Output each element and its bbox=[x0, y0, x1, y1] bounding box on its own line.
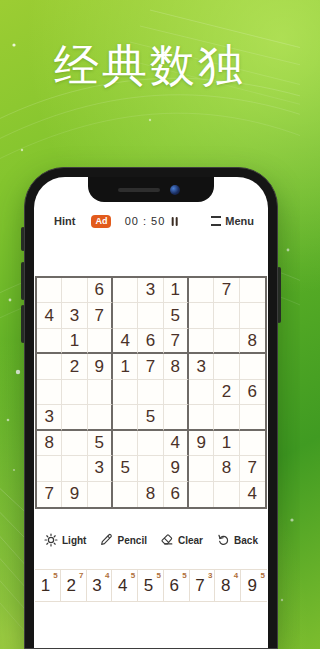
sudoku-cell-r7c6[interactable]: 4 bbox=[164, 431, 189, 456]
menu-icon bbox=[211, 216, 221, 226]
sudoku-cell-r2c2[interactable]: 3 bbox=[62, 303, 87, 328]
remaining-count: 5 bbox=[261, 571, 265, 580]
sudoku-cell-r6c5[interactable]: 5 bbox=[138, 405, 163, 430]
timer-group[interactable]: 00 : 50 bbox=[125, 215, 178, 227]
sudoku-cell-r4c6[interactable]: 8 bbox=[164, 354, 189, 379]
remaining-count: 4 bbox=[234, 571, 238, 580]
sudoku-cell-r3c9[interactable]: 8 bbox=[240, 329, 265, 354]
sudoku-cell-r8c2[interactable] bbox=[62, 456, 87, 481]
light-icon bbox=[44, 533, 58, 547]
sudoku-cell-r5c4[interactable] bbox=[113, 380, 138, 405]
sudoku-cell-r6c4[interactable] bbox=[113, 405, 138, 430]
sudoku-cell-r6c2[interactable] bbox=[62, 405, 87, 430]
sudoku-cell-r3c7[interactable] bbox=[189, 329, 214, 354]
sudoku-cell-r3c3[interactable] bbox=[88, 329, 113, 354]
sudoku-cell-r7c4[interactable] bbox=[113, 431, 138, 456]
remaining-count: 5 bbox=[156, 571, 160, 580]
sudoku-cell-r6c7[interactable] bbox=[189, 405, 214, 430]
sudoku-cell-r7c7[interactable]: 9 bbox=[189, 431, 214, 456]
sudoku-grid: 63174375146782917832635854913598779864 bbox=[35, 276, 267, 509]
menu-button[interactable]: Menu bbox=[211, 215, 254, 227]
sudoku-cell-r7c2[interactable] bbox=[62, 431, 87, 456]
numpad-key-7[interactable]: 7 3 bbox=[190, 570, 216, 601]
sudoku-cell-r3c4[interactable]: 4 bbox=[113, 329, 138, 354]
remaining-count: 5 bbox=[131, 571, 135, 580]
sudoku-cell-r5c8[interactable]: 2 bbox=[214, 380, 239, 405]
sudoku-cell-r7c1[interactable]: 8 bbox=[37, 431, 62, 456]
sudoku-cell-r1c9[interactable] bbox=[240, 278, 265, 303]
sudoku-cell-r1c1[interactable] bbox=[37, 278, 62, 303]
remaining-count: 4 bbox=[105, 571, 109, 580]
sudoku-cell-r3c2[interactable]: 1 bbox=[62, 329, 87, 354]
sudoku-cell-r2c7[interactable] bbox=[189, 303, 214, 328]
sudoku-cell-r2c6[interactable]: 5 bbox=[164, 303, 189, 328]
sudoku-cell-r8c1[interactable] bbox=[37, 456, 62, 481]
sudoku-cell-r3c1[interactable] bbox=[37, 329, 62, 354]
numpad-key-3[interactable]: 3 4 bbox=[87, 570, 113, 601]
sudoku-cell-r5c6[interactable] bbox=[164, 380, 189, 405]
timer-value: 00 : 50 bbox=[125, 215, 166, 227]
numpad-key-4[interactable]: 4 5 bbox=[112, 570, 138, 601]
numpad-key-2[interactable]: 2 7 bbox=[61, 570, 87, 601]
light-label: Light bbox=[62, 535, 86, 546]
sudoku-cell-r2c4[interactable] bbox=[113, 303, 138, 328]
sudoku-cell-r9c8[interactable] bbox=[214, 482, 239, 507]
sudoku-cell-r1c3[interactable]: 6 bbox=[88, 278, 113, 303]
sudoku-cell-r1c2[interactable] bbox=[62, 278, 87, 303]
sudoku-cell-r5c3[interactable] bbox=[88, 380, 113, 405]
undo-icon bbox=[216, 533, 230, 547]
sudoku-cell-r5c5[interactable] bbox=[138, 380, 163, 405]
numpad-key-8[interactable]: 8 4 bbox=[215, 570, 241, 601]
sudoku-cell-r6c1[interactable]: 3 bbox=[37, 405, 62, 430]
sudoku-cell-r4c4[interactable]: 1 bbox=[113, 354, 138, 379]
ad-badge[interactable]: Ad bbox=[91, 215, 111, 228]
sudoku-cell-r8c4[interactable]: 5 bbox=[113, 456, 138, 481]
sudoku-cell-r9c3[interactable] bbox=[88, 482, 113, 507]
sudoku-cell-r4c5[interactable]: 7 bbox=[138, 354, 163, 379]
pencil-label: Clear bbox=[178, 535, 203, 546]
pencil-icon bbox=[99, 533, 113, 547]
numpad-key-5[interactable]: 5 5 bbox=[138, 570, 164, 601]
sudoku-cell-r4c2[interactable]: 2 bbox=[62, 354, 87, 379]
remaining-count: 5 bbox=[182, 571, 186, 580]
sudoku-cell-r7c3[interactable]: 5 bbox=[88, 431, 113, 456]
sudoku-cell-r5c1[interactable] bbox=[37, 380, 62, 405]
sudoku-cell-r4c7[interactable]: 3 bbox=[189, 354, 214, 379]
sudoku-cell-r9c6[interactable]: 6 bbox=[164, 482, 189, 507]
remaining-count: 3 bbox=[208, 571, 212, 580]
app-title: 经典数独 bbox=[0, 36, 300, 96]
sudoku-cell-r3c8[interactable] bbox=[214, 329, 239, 354]
phone-notch bbox=[88, 177, 214, 202]
sudoku-cell-r7c8[interactable]: 1 bbox=[214, 431, 239, 456]
sudoku-cell-r4c8[interactable] bbox=[214, 354, 239, 379]
sudoku-cell-r3c5[interactable]: 6 bbox=[138, 329, 163, 354]
sudoku-cell-r4c3[interactable]: 9 bbox=[88, 354, 113, 379]
light-button[interactable]: Light bbox=[44, 533, 86, 547]
sudoku-cell-r4c9[interactable] bbox=[240, 354, 265, 379]
sudoku-cell-r8c6[interactable]: 9 bbox=[164, 456, 189, 481]
sudoku-cell-r5c2[interactable] bbox=[62, 380, 87, 405]
sudoku-cell-r9c9[interactable]: 4 bbox=[240, 482, 265, 507]
sudoku-cell-r9c1[interactable]: 7 bbox=[37, 482, 62, 507]
clear-label: Pencil bbox=[117, 535, 146, 546]
sudoku-cell-r4c1[interactable] bbox=[37, 354, 62, 379]
sudoku-cell-r9c4[interactable] bbox=[113, 482, 138, 507]
sudoku-cell-r2c8[interactable] bbox=[214, 303, 239, 328]
sudoku-cell-r7c9[interactable] bbox=[240, 431, 265, 456]
pause-icon[interactable] bbox=[171, 217, 177, 226]
numpad-key-1[interactable]: 1 5 bbox=[35, 570, 61, 601]
sudoku-cell-r1c8[interactable]: 7 bbox=[214, 278, 239, 303]
sudoku-cell-r8c8[interactable]: 8 bbox=[214, 456, 239, 481]
back-label: Back bbox=[234, 535, 258, 546]
sudoku-cell-r1c6[interactable]: 1 bbox=[164, 278, 189, 303]
sudoku-cell-r3c6[interactable]: 7 bbox=[164, 329, 189, 354]
remaining-count: 7 bbox=[79, 571, 83, 580]
phone-mockup: Hint Ad 00 : 50 Menu 6317437514678291783… bbox=[24, 167, 278, 649]
sudoku-cell-r8c7[interactable] bbox=[189, 456, 214, 481]
sudoku-cell-r6c8[interactable] bbox=[214, 405, 239, 430]
sudoku-cell-r8c3[interactable]: 3 bbox=[88, 456, 113, 481]
sudoku-cell-r7c5[interactable] bbox=[138, 431, 163, 456]
toolbar: Light Pencil Clear bbox=[44, 528, 258, 552]
back-button[interactable]: Back bbox=[216, 533, 258, 547]
sudoku-cell-r6c6[interactable] bbox=[164, 405, 189, 430]
pencil-button[interactable]: Pencil bbox=[99, 533, 146, 547]
sudoku-cell-r6c9[interactable] bbox=[240, 405, 265, 430]
sudoku-cell-r2c3[interactable]: 7 bbox=[88, 303, 113, 328]
sudoku-cell-r2c5[interactable] bbox=[138, 303, 163, 328]
sudoku-cell-r9c2[interactable]: 9 bbox=[62, 482, 87, 507]
sudoku-cell-r5c7[interactable] bbox=[189, 380, 214, 405]
phone-screen: Hint Ad 00 : 50 Menu 6317437514678291783… bbox=[34, 177, 268, 648]
numpad: 1 5 2 7 3 4 4 5 5 5 bbox=[35, 569, 267, 602]
speaker-slot bbox=[118, 188, 160, 192]
sudoku-cell-r8c9[interactable]: 7 bbox=[240, 456, 265, 481]
sudoku-cell-r2c1[interactable]: 4 bbox=[37, 303, 62, 328]
sudoku-cell-r1c5[interactable]: 3 bbox=[138, 278, 163, 303]
sudoku-cell-r6c3[interactable] bbox=[88, 405, 113, 430]
numpad-key-6[interactable]: 6 5 bbox=[164, 570, 190, 601]
menu-label: Menu bbox=[225, 215, 254, 227]
sudoku-cell-r1c7[interactable] bbox=[189, 278, 214, 303]
hint-button[interactable]: Hint bbox=[54, 215, 75, 227]
sudoku-cell-r5c9[interactable]: 6 bbox=[240, 380, 265, 405]
numpad-key-9[interactable]: 9 5 bbox=[241, 570, 267, 601]
phone-frame: Hint Ad 00 : 50 Menu 6317437514678291783… bbox=[24, 167, 278, 649]
camera-dot bbox=[170, 185, 180, 195]
eraser-icon bbox=[160, 533, 174, 547]
game-header: Hint Ad 00 : 50 Menu bbox=[48, 210, 254, 232]
remaining-count: 5 bbox=[53, 571, 57, 580]
sudoku-cell-r1c4[interactable] bbox=[113, 278, 138, 303]
sudoku-cell-r2c9[interactable] bbox=[240, 303, 265, 328]
sudoku-cell-r8c5[interactable] bbox=[138, 456, 163, 481]
sudoku-cell-r9c7[interactable] bbox=[189, 482, 214, 507]
clear-button[interactable]: Clear bbox=[160, 533, 203, 547]
sudoku-cell-r9c5[interactable]: 8 bbox=[138, 482, 163, 507]
